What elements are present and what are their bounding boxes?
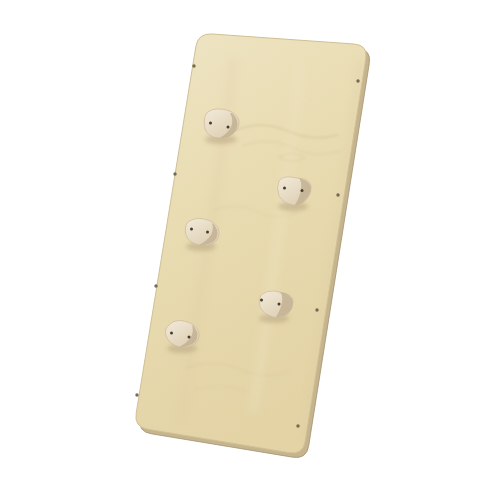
hold-lower-right-screw-2	[278, 303, 281, 306]
board-screw-hole-3	[173, 172, 176, 175]
product-photo-stage	[0, 0, 500, 500]
hold-top-screw-1	[209, 122, 212, 125]
hold-middle-left	[185, 218, 219, 251]
board-screw-hole-6	[315, 308, 318, 311]
hold-bottom-left-screw-1	[170, 332, 173, 335]
board-screw-hole-8	[296, 424, 299, 427]
hold-top-screw-2	[227, 126, 230, 129]
board-screw-hole-2	[356, 79, 359, 82]
hold-upper-right	[278, 177, 312, 211]
board-screw-hole-4	[336, 193, 339, 196]
hold-bottom-left-screw-2	[188, 336, 191, 339]
board-screw-hole-1	[192, 64, 195, 67]
hold-upper-right-screw-1	[283, 187, 286, 190]
board-screw-hole-5	[154, 284, 157, 287]
hold-top	[204, 109, 239, 144]
hold-upper-right-screw-2	[301, 189, 304, 192]
hold-lower-right-screw-1	[260, 299, 263, 302]
board-screw-hole-7	[135, 393, 138, 396]
hold-bottom-left	[165, 321, 199, 354]
hold-middle-left-screw-2	[206, 231, 209, 234]
hold-middle-left-screw-1	[190, 228, 193, 231]
hold-lower-right	[259, 291, 293, 323]
product-image	[0, 0, 500, 500]
